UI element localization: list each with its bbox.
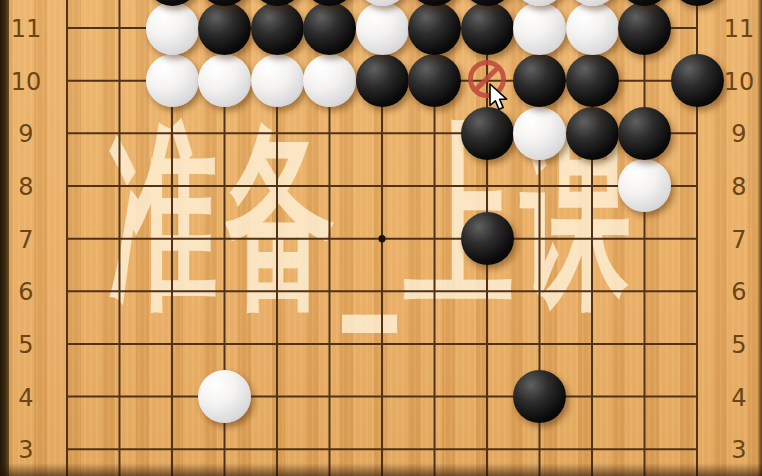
board-bottom-shadow	[0, 463, 762, 476]
white-stone	[198, 370, 251, 423]
white-stone	[198, 54, 251, 107]
row-label-right-10: 10	[717, 68, 761, 96]
black-stone	[408, 54, 461, 107]
row-label-right-8: 8	[717, 173, 761, 201]
row-label-left-5: 5	[4, 331, 48, 359]
row-label-right-4: 4	[717, 384, 761, 412]
row-label-left-7: 7	[4, 226, 48, 254]
black-stone	[303, 2, 356, 55]
row-label-left-8: 8	[4, 173, 48, 201]
white-stone	[513, 2, 566, 55]
black-stone	[461, 107, 514, 160]
mouse-cursor-icon	[489, 83, 513, 113]
white-stone	[303, 54, 356, 107]
white-stone	[356, 2, 409, 55]
black-stone	[618, 107, 671, 160]
black-stone	[461, 212, 514, 265]
black-stone	[671, 54, 724, 107]
white-stone	[251, 54, 304, 107]
white-stone	[566, 2, 619, 55]
white-stone	[513, 107, 566, 160]
row-label-right-7: 7	[717, 226, 761, 254]
row-label-right-9: 9	[717, 120, 761, 148]
black-stone	[251, 2, 304, 55]
black-stone	[461, 2, 514, 55]
go-board-screen: 准备_上课 11109876543 11109876543	[0, 0, 762, 476]
white-stone	[146, 2, 199, 55]
row-label-left-6: 6	[4, 278, 48, 306]
row-label-right-5: 5	[717, 331, 761, 359]
row-label-left-4: 4	[4, 384, 48, 412]
white-stone	[146, 54, 199, 107]
star-point	[378, 235, 385, 242]
row-label-right-6: 6	[717, 278, 761, 306]
board-left-edge	[0, 0, 9, 476]
black-stone	[566, 54, 619, 107]
black-stone	[198, 2, 251, 55]
row-label-left-3: 3	[4, 436, 48, 464]
black-stone	[618, 2, 671, 55]
board-right-edge	[757, 0, 762, 476]
row-label-left-9: 9	[4, 120, 48, 148]
black-stone	[513, 370, 566, 423]
row-label-right-11: 11	[717, 15, 761, 43]
row-label-right-3: 3	[717, 436, 761, 464]
black-stone	[408, 2, 461, 55]
black-stone	[566, 107, 619, 160]
row-label-left-11: 11	[4, 15, 48, 43]
black-stone	[356, 54, 409, 107]
black-stone	[513, 54, 566, 107]
row-label-left-10: 10	[4, 68, 48, 96]
